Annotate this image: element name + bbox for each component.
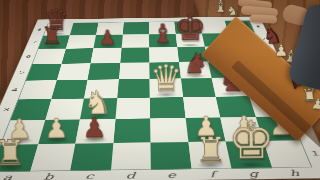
square-b4[interactable] xyxy=(51,80,87,99)
white-rook-a1[interactable]: ♜ xyxy=(0,136,26,171)
file-label-b: b xyxy=(27,171,70,180)
square-f1[interactable]: ♜ xyxy=(188,141,232,169)
square-d4[interactable] xyxy=(117,79,150,98)
square-d8[interactable] xyxy=(122,22,148,34)
square-f5[interactable]: ♞ xyxy=(179,62,212,79)
file-label-e: e xyxy=(151,169,193,180)
square-c1[interactable] xyxy=(70,143,113,171)
square-b1[interactable] xyxy=(30,143,76,171)
square-f4[interactable] xyxy=(181,78,216,97)
white-rook-f1[interactable]: ♜ xyxy=(195,133,227,168)
square-b7[interactable] xyxy=(66,35,96,49)
square-e7[interactable]: ♝ xyxy=(149,34,177,48)
board-border-corner xyxy=(312,167,320,178)
square-e2[interactable] xyxy=(150,118,188,142)
square-d1[interactable] xyxy=(110,142,150,170)
captured-white-pawn-on_box[interactable]: ♟ xyxy=(310,96,320,112)
square-e4[interactable]: ♛ xyxy=(150,78,183,97)
file-label-d: d xyxy=(110,170,151,180)
square-d3[interactable] xyxy=(115,97,150,118)
white-king-g1[interactable]: ♚ xyxy=(227,115,275,168)
black-rook-a7[interactable]: ♜ xyxy=(41,24,63,48)
hand-finger-3 xyxy=(250,14,277,23)
square-d7[interactable] xyxy=(121,34,149,48)
black-bishop-e7[interactable]: ♝ xyxy=(151,21,174,47)
square-c2[interactable]: ♟ xyxy=(75,119,115,143)
square-e3[interactable] xyxy=(150,97,185,118)
square-c6[interactable] xyxy=(91,48,122,63)
square-b2[interactable]: ♟ xyxy=(38,119,80,144)
square-c5[interactable] xyxy=(87,63,120,80)
square-b6[interactable] xyxy=(61,48,93,63)
file-label-c: c xyxy=(68,170,110,180)
square-g1[interactable]: ♚ xyxy=(226,141,272,169)
white-pawn-b2[interactable]: ♟ xyxy=(44,115,69,142)
black-king-f7[interactable]: ♚ xyxy=(174,10,207,47)
square-a7[interactable]: ♜ xyxy=(38,35,70,49)
file-label-h: h xyxy=(272,168,317,179)
white-queen-e4[interactable]: ♛ xyxy=(149,60,182,97)
file-label-g: g xyxy=(232,168,276,179)
square-d2[interactable] xyxy=(113,118,151,142)
black-pawn-c2[interactable]: ♟ xyxy=(82,115,107,142)
square-b8[interactable] xyxy=(70,23,99,36)
file-label-a: a xyxy=(0,172,30,180)
square-e1[interactable] xyxy=(150,142,191,170)
file-label-f: f xyxy=(191,169,234,180)
captured-white-knight-behind_board[interactable]: ♞ xyxy=(225,2,239,17)
square-d6[interactable] xyxy=(120,48,149,63)
square-c7[interactable]: ♟ xyxy=(93,35,122,49)
square-d5[interactable] xyxy=(119,62,150,79)
square-b5[interactable] xyxy=(56,63,90,80)
square-f7[interactable]: ♚ xyxy=(175,33,204,47)
photo-scene: 8♛87♜♟♝♚♝7665♞54♛♞43♞32♟♟♟♟♟♟21♜♜♚1abcde… xyxy=(0,0,320,180)
black-pawn-c7[interactable]: ♟ xyxy=(98,27,116,47)
